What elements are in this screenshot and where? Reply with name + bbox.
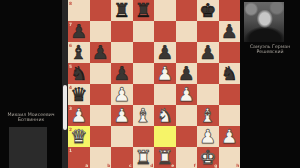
- piece-white-king-g1[interactable]: ♚: [197, 147, 219, 168]
- square-h2[interactable]: ♟: [219, 126, 241, 147]
- square-g8[interactable]: ♚: [197, 0, 219, 21]
- piece-white-pawn-f4[interactable]: ♟: [176, 84, 198, 105]
- square-d5[interactable]: [133, 63, 155, 84]
- black-player-panel: Самуэль Герман Решевский: [240, 0, 300, 168]
- square-a8[interactable]: 8: [68, 0, 90, 21]
- square-h3[interactable]: [219, 105, 241, 126]
- square-e3[interactable]: ♞: [154, 105, 176, 126]
- square-c8[interactable]: ♜: [111, 0, 133, 21]
- square-d6[interactable]: [133, 42, 155, 63]
- white-player-photo: [9, 127, 47, 168]
- square-a3[interactable]: 3♟: [68, 105, 90, 126]
- square-c5[interactable]: ♟: [111, 63, 133, 84]
- piece-black-queen-a4[interactable]: ♛: [68, 84, 90, 105]
- chess-board[interactable]: 8♜♜♚7♟♟6♝♟♟♟5♞♟♟♟♞4♛♟♟3♟♟♝♞♝2♛♟♟1abcd♜e♜…: [68, 0, 240, 168]
- square-h1[interactable]: h: [219, 147, 241, 168]
- piece-black-pawn-h7[interactable]: ♟: [219, 21, 241, 42]
- square-f6[interactable]: [176, 42, 198, 63]
- piece-black-rook-c8[interactable]: ♜: [111, 0, 133, 21]
- square-d8[interactable]: ♜: [133, 0, 155, 21]
- piece-white-knight-e3[interactable]: ♞: [154, 105, 176, 126]
- piece-white-queen-a2[interactable]: ♛: [68, 126, 90, 147]
- square-h6[interactable]: [219, 42, 241, 63]
- file-label-f: f: [194, 164, 196, 168]
- square-b2[interactable]: [90, 126, 112, 147]
- piece-white-pawn-a3[interactable]: ♟: [68, 105, 90, 126]
- piece-white-pawn-c3[interactable]: ♟: [111, 105, 133, 126]
- square-a5[interactable]: 5♞: [68, 63, 90, 84]
- square-e5[interactable]: ♟: [154, 63, 176, 84]
- square-d4[interactable]: [133, 84, 155, 105]
- file-label-a: a: [86, 164, 89, 168]
- square-e4[interactable]: [154, 84, 176, 105]
- piece-black-pawn-f5[interactable]: ♟: [176, 63, 198, 84]
- piece-black-knight-a5[interactable]: ♞: [68, 63, 90, 84]
- piece-white-pawn-c4[interactable]: ♟: [111, 84, 133, 105]
- square-f1[interactable]: f: [176, 147, 198, 168]
- square-h8[interactable]: [219, 0, 241, 21]
- rank-label-2: 2: [69, 127, 72, 131]
- square-h4[interactable]: [219, 84, 241, 105]
- video-frame: Михаил Моисеевич Ботвинник 8♜♜♚7♟♟6♝♟♟♟5…: [0, 0, 300, 168]
- square-b6[interactable]: ♟: [90, 42, 112, 63]
- piece-black-pawn-b6[interactable]: ♟: [90, 42, 112, 63]
- rank-label-1: 1: [69, 148, 72, 152]
- white-player-name: Михаил Моисеевич Ботвинник: [7, 111, 55, 122]
- square-b5[interactable]: [90, 63, 112, 84]
- black-player-photo: [244, 2, 284, 42]
- square-e1[interactable]: e♜: [154, 147, 176, 168]
- rank-label-5: 5: [69, 64, 72, 68]
- file-label-h: h: [236, 164, 239, 168]
- piece-black-knight-h5[interactable]: ♞: [219, 63, 241, 84]
- square-c1[interactable]: c: [111, 147, 133, 168]
- black-player-name: Самуэль Герман Решевский: [247, 43, 294, 54]
- square-b3[interactable]: [90, 105, 112, 126]
- square-f2[interactable]: [176, 126, 198, 147]
- file-label-e: e: [172, 164, 175, 168]
- piece-white-bishop-g3[interactable]: ♝: [197, 105, 219, 126]
- square-g6[interactable]: ♟: [197, 42, 219, 63]
- square-h7[interactable]: ♟: [219, 21, 241, 42]
- square-c4[interactable]: ♟: [111, 84, 133, 105]
- square-b7[interactable]: [90, 21, 112, 42]
- square-c2[interactable]: [111, 126, 133, 147]
- square-g5[interactable]: [197, 63, 219, 84]
- square-f8[interactable]: [176, 0, 198, 21]
- square-a1[interactable]: 1a: [68, 147, 90, 168]
- square-c3[interactable]: ♟: [111, 105, 133, 126]
- black-player-name-line2: Решевский: [247, 48, 294, 53]
- square-b1[interactable]: b: [90, 147, 112, 168]
- square-d2[interactable]: [133, 126, 155, 147]
- file-label-c: c: [129, 164, 132, 168]
- piece-black-king-g8[interactable]: ♚: [197, 0, 219, 21]
- square-a7[interactable]: 7♟: [68, 21, 90, 42]
- rank-label-3: 3: [69, 106, 72, 110]
- rank-label-4: 4: [69, 85, 72, 89]
- piece-black-pawn-e6[interactable]: ♟: [154, 42, 176, 63]
- rank-label-6: 6: [69, 43, 72, 47]
- piece-black-pawn-c5[interactable]: ♟: [111, 63, 133, 84]
- square-e2[interactable]: [154, 126, 176, 147]
- square-e6[interactable]: ♟: [154, 42, 176, 63]
- square-b8[interactable]: [90, 0, 112, 21]
- square-e7[interactable]: [154, 21, 176, 42]
- rank-label-8: 8: [69, 1, 72, 5]
- square-f5[interactable]: ♟: [176, 63, 198, 84]
- square-f4[interactable]: ♟: [176, 84, 198, 105]
- square-g1[interactable]: g♚: [197, 147, 219, 168]
- square-g7[interactable]: [197, 21, 219, 42]
- piece-black-pawn-g6[interactable]: ♟: [197, 42, 219, 63]
- piece-white-bishop-d3[interactable]: ♝: [133, 105, 155, 126]
- piece-white-rook-d1[interactable]: ♜: [133, 147, 155, 168]
- white-player-name-line2: Ботвинник: [7, 116, 55, 121]
- square-g3[interactable]: ♝: [197, 105, 219, 126]
- white-player-panel: Михаил Моисеевич Ботвинник: [0, 0, 62, 168]
- square-d7[interactable]: [133, 21, 155, 42]
- rank-label-7: 7: [69, 22, 72, 26]
- scrollbar-thumb[interactable]: [63, 85, 67, 130]
- square-f3[interactable]: [176, 105, 198, 126]
- square-e8[interactable]: [154, 0, 176, 21]
- piece-black-pawn-a7[interactable]: ♟: [68, 21, 90, 42]
- square-d3[interactable]: ♝: [133, 105, 155, 126]
- square-c7[interactable]: [111, 21, 133, 42]
- square-c6[interactable]: [111, 42, 133, 63]
- piece-black-rook-d8[interactable]: ♜: [133, 0, 155, 21]
- square-a6[interactable]: 6♝: [68, 42, 90, 63]
- square-f7[interactable]: [176, 21, 198, 42]
- square-b4[interactable]: [90, 84, 112, 105]
- square-a2[interactable]: 2♛: [68, 126, 90, 147]
- piece-white-pawn-e5[interactable]: ♟: [154, 63, 176, 84]
- square-g2[interactable]: ♟: [197, 126, 219, 147]
- square-h5[interactable]: ♞: [219, 63, 241, 84]
- square-a4[interactable]: 4♛: [68, 84, 90, 105]
- file-label-b: b: [107, 164, 110, 168]
- piece-black-bishop-a6[interactable]: ♝: [68, 42, 90, 63]
- file-label-g: g: [214, 164, 217, 168]
- piece-white-rook-e1[interactable]: ♜: [154, 147, 176, 168]
- piece-white-pawn-g2[interactable]: ♟: [197, 126, 219, 147]
- file-label-d: d: [150, 164, 153, 168]
- square-g4[interactable]: [197, 84, 219, 105]
- square-d1[interactable]: d♜: [133, 147, 155, 168]
- piece-white-pawn-h2[interactable]: ♟: [219, 126, 241, 147]
